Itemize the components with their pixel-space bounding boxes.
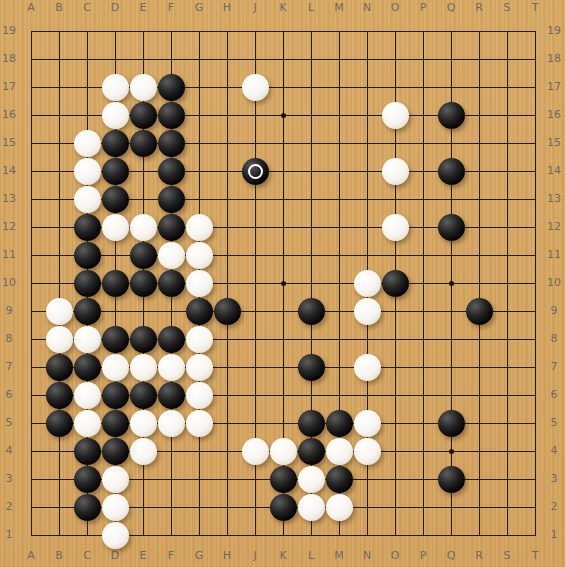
coordinate-label: 18	[543, 52, 565, 66]
black-stone	[158, 382, 185, 409]
white-stone	[354, 438, 381, 465]
coordinate-label: 16	[0, 108, 20, 122]
coordinate-label: 10	[543, 276, 565, 290]
coordinate-label: 14	[0, 164, 20, 178]
white-stone	[186, 382, 213, 409]
black-stone	[158, 214, 185, 241]
coordinate-label: C	[76, 1, 98, 15]
white-stone	[354, 298, 381, 325]
black-stone	[74, 298, 101, 325]
coordinate-label: F	[160, 1, 182, 15]
coordinate-label: A	[20, 549, 42, 563]
go-board[interactable]: ABCDEFGHJKLMNOPQRST ABCDEFGHJKLMNOPQRST …	[0, 0, 565, 567]
star-point	[281, 113, 286, 118]
coordinate-label: K	[272, 1, 294, 15]
black-stone	[102, 130, 129, 157]
white-stone	[242, 438, 269, 465]
coordinate-label: M	[328, 1, 350, 15]
white-stone	[298, 494, 325, 521]
black-stone	[438, 214, 465, 241]
black-stone	[46, 382, 73, 409]
coordinate-label: A	[20, 1, 42, 15]
coordinate-label: 9	[543, 304, 565, 318]
black-stone	[158, 102, 185, 129]
white-stone	[186, 270, 213, 297]
white-stone	[242, 74, 269, 101]
coordinate-label: R	[468, 549, 490, 563]
coordinate-label: Q	[440, 549, 462, 563]
coordinate-label: 12	[543, 220, 565, 234]
black-stone	[298, 298, 325, 325]
white-stone	[74, 410, 101, 437]
coordinate-label: T	[524, 549, 546, 563]
white-stone	[74, 186, 101, 213]
black-stone	[158, 186, 185, 213]
coordinate-label: 9	[0, 304, 20, 318]
black-stone	[130, 326, 157, 353]
coordinate-label: N	[356, 549, 378, 563]
coordinate-label: B	[48, 549, 70, 563]
star-point	[449, 281, 454, 286]
coordinate-label: 12	[0, 220, 20, 234]
white-stone	[130, 354, 157, 381]
black-stone	[438, 158, 465, 185]
coordinate-label: 6	[0, 388, 20, 402]
coordinate-label: 2	[0, 500, 20, 514]
black-stone	[74, 214, 101, 241]
white-stone	[354, 270, 381, 297]
white-stone	[102, 522, 129, 549]
coordinate-label: S	[496, 549, 518, 563]
coordinate-label: 7	[0, 360, 20, 374]
coordinate-label: 5	[543, 416, 565, 430]
white-stone	[354, 354, 381, 381]
white-stone	[74, 158, 101, 185]
black-stone	[74, 494, 101, 521]
white-stone	[298, 466, 325, 493]
white-stone	[186, 242, 213, 269]
coordinate-label: D	[104, 1, 126, 15]
black-stone	[74, 438, 101, 465]
white-stone	[186, 214, 213, 241]
black-stone	[214, 298, 241, 325]
coordinate-label: 1	[543, 528, 565, 542]
black-stone	[438, 410, 465, 437]
coordinate-label: 7	[543, 360, 565, 374]
coordinate-label: R	[468, 1, 490, 15]
black-stone	[46, 354, 73, 381]
coordinate-label: 4	[543, 444, 565, 458]
coordinate-label: 18	[0, 52, 20, 66]
coordinate-label: 3	[0, 472, 20, 486]
white-stone	[74, 382, 101, 409]
white-stone	[158, 242, 185, 269]
black-stone	[130, 102, 157, 129]
black-stone	[158, 130, 185, 157]
coordinate-label: N	[356, 1, 378, 15]
coordinate-label: E	[132, 1, 154, 15]
coordinate-label: P	[412, 549, 434, 563]
coordinate-label: M	[328, 549, 350, 563]
white-stone	[102, 74, 129, 101]
white-stone	[382, 158, 409, 185]
black-stone	[242, 158, 269, 185]
black-stone	[74, 270, 101, 297]
black-stone	[466, 298, 493, 325]
coordinate-label: B	[48, 1, 70, 15]
black-stone	[158, 270, 185, 297]
black-stone	[74, 466, 101, 493]
white-stone	[326, 438, 353, 465]
white-stone	[102, 354, 129, 381]
coordinate-label: 16	[543, 108, 565, 122]
black-stone	[102, 270, 129, 297]
coordinate-label: 17	[0, 80, 20, 94]
black-stone	[326, 466, 353, 493]
white-stone	[158, 410, 185, 437]
white-stone	[102, 494, 129, 521]
black-stone	[74, 354, 101, 381]
black-stone	[130, 130, 157, 157]
coordinate-label: 19	[543, 24, 565, 38]
star-point	[449, 449, 454, 454]
black-stone	[130, 382, 157, 409]
last-move-marker	[248, 164, 263, 179]
white-stone	[130, 214, 157, 241]
black-stone	[158, 326, 185, 353]
black-stone	[382, 270, 409, 297]
black-stone	[102, 438, 129, 465]
coordinate-label: H	[216, 1, 238, 15]
coordinate-label: 3	[543, 472, 565, 486]
white-stone	[186, 326, 213, 353]
coordinate-label: G	[188, 1, 210, 15]
coordinate-label: 6	[543, 388, 565, 402]
star-point	[281, 281, 286, 286]
coordinate-label: 1	[0, 528, 20, 542]
coordinate-label: D	[104, 549, 126, 563]
white-stone	[46, 326, 73, 353]
black-stone	[74, 242, 101, 269]
white-stone	[130, 74, 157, 101]
black-stone	[102, 326, 129, 353]
black-stone	[186, 298, 213, 325]
coordinate-label: E	[132, 549, 154, 563]
coordinate-label: L	[300, 549, 322, 563]
white-stone	[382, 102, 409, 129]
coordinate-label: Q	[440, 1, 462, 15]
white-stone	[186, 354, 213, 381]
black-stone	[102, 186, 129, 213]
coordinate-label: H	[216, 549, 238, 563]
coordinate-label: J	[244, 1, 266, 15]
coordinate-label: 2	[543, 500, 565, 514]
white-stone	[270, 438, 297, 465]
white-stone	[382, 214, 409, 241]
black-stone	[298, 410, 325, 437]
black-stone	[326, 410, 353, 437]
white-stone	[186, 410, 213, 437]
black-stone	[102, 410, 129, 437]
coordinate-label: 14	[543, 164, 565, 178]
coordinate-label: P	[412, 1, 434, 15]
white-stone	[130, 438, 157, 465]
coordinate-label: 15	[543, 136, 565, 150]
coordinate-label: 15	[0, 136, 20, 150]
coordinate-label: T	[524, 1, 546, 15]
black-stone	[158, 158, 185, 185]
coordinate-label: J	[244, 549, 266, 563]
coordinate-label: C	[76, 549, 98, 563]
black-stone	[130, 270, 157, 297]
black-stone	[298, 438, 325, 465]
coordinate-label: 11	[0, 248, 20, 262]
white-stone	[130, 410, 157, 437]
coordinate-label: 10	[0, 276, 20, 290]
coordinate-label: 8	[0, 332, 20, 346]
black-stone	[298, 354, 325, 381]
black-stone	[158, 74, 185, 101]
coordinate-label: 13	[543, 192, 565, 206]
black-stone	[438, 466, 465, 493]
coordinate-label: S	[496, 1, 518, 15]
coordinate-label: K	[272, 549, 294, 563]
white-stone	[74, 326, 101, 353]
coordinate-label: O	[384, 1, 406, 15]
white-stone	[158, 354, 185, 381]
white-stone	[102, 102, 129, 129]
coordinate-label: 4	[0, 444, 20, 458]
black-stone	[102, 158, 129, 185]
coordinate-label: 8	[543, 332, 565, 346]
black-stone	[46, 410, 73, 437]
coordinate-label: 13	[0, 192, 20, 206]
white-stone	[102, 214, 129, 241]
black-stone	[270, 494, 297, 521]
black-stone	[270, 466, 297, 493]
coordinate-label: G	[188, 549, 210, 563]
coordinate-label: O	[384, 549, 406, 563]
coordinate-label: 11	[543, 248, 565, 262]
white-stone	[46, 298, 73, 325]
white-stone	[354, 410, 381, 437]
coordinate-label: 5	[0, 416, 20, 430]
coordinate-label: L	[300, 1, 322, 15]
coordinate-label: 19	[0, 24, 20, 38]
black-stone	[102, 382, 129, 409]
coordinate-label: F	[160, 549, 182, 563]
black-stone	[438, 102, 465, 129]
coordinate-label: 17	[543, 80, 565, 94]
white-stone	[74, 130, 101, 157]
white-stone	[102, 466, 129, 493]
white-stone	[326, 494, 353, 521]
black-stone	[130, 242, 157, 269]
